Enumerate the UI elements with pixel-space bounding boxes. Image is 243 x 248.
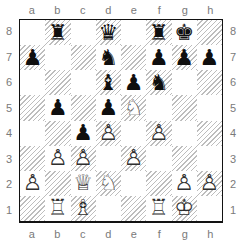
rank-label-right-7: 7 <box>225 45 241 71</box>
square-h2[interactable]: ♟♙ <box>197 171 222 196</box>
piece-wK-g1: ♔ <box>172 196 197 221</box>
square-g5[interactable] <box>172 95 197 120</box>
square-c5[interactable] <box>71 95 96 120</box>
square-g3[interactable] <box>172 146 197 171</box>
square-h4[interactable] <box>197 121 222 146</box>
file-label-bottom-b: b <box>45 227 71 241</box>
square-f1[interactable]: ♜♖ <box>146 196 171 221</box>
piece-bR-f8: ♜ <box>146 20 171 45</box>
square-h1[interactable] <box>197 196 222 221</box>
white-piece-fill: ♟ <box>20 171 45 196</box>
square-g1[interactable]: ♚♔ <box>172 196 197 221</box>
square-a4[interactable] <box>20 121 45 146</box>
piece-wR-b1: ♖ <box>45 196 70 221</box>
piece-wP-a2: ♙ <box>20 171 45 196</box>
square-e7[interactable] <box>121 45 146 70</box>
rank-label-left-1: 1 <box>1 198 17 224</box>
white-piece-fill: ♜ <box>146 196 171 221</box>
square-f6[interactable]: ♞ <box>146 70 171 95</box>
square-d3[interactable] <box>96 146 121 171</box>
file-label-bottom-d: d <box>96 227 122 241</box>
piece-bN-f6: ♞ <box>146 70 171 95</box>
piece-wP-c3: ♙ <box>71 146 96 171</box>
piece-wB-c1: ♗ <box>71 196 96 221</box>
square-h3[interactable] <box>197 146 222 171</box>
rank-label-right-1: 1 <box>225 198 241 224</box>
file-label-bottom-f: f <box>147 227 173 241</box>
square-f5[interactable] <box>146 95 171 120</box>
piece-wP-b3: ♙ <box>45 146 70 171</box>
white-piece-fill: ♞ <box>121 95 146 120</box>
square-b8[interactable]: ♜ <box>45 20 70 45</box>
square-b4[interactable] <box>45 121 70 146</box>
rank-label-left-2: 2 <box>1 172 17 198</box>
white-piece-fill: ♟ <box>146 121 171 146</box>
square-d8[interactable]: ♛ <box>96 20 121 45</box>
square-c3[interactable]: ♟♙ <box>71 146 96 171</box>
square-g7[interactable]: ♟ <box>172 45 197 70</box>
square-b7[interactable] <box>45 45 70 70</box>
square-e4[interactable] <box>121 121 146 146</box>
square-c8[interactable] <box>71 20 96 45</box>
file-label-top-g: g <box>172 3 198 17</box>
square-g8[interactable]: ♚ <box>172 20 197 45</box>
square-d4[interactable]: ♟♙ <box>96 121 121 146</box>
piece-bR-b8: ♜ <box>45 20 70 45</box>
square-b3[interactable]: ♟♙ <box>45 146 70 171</box>
square-d2[interactable]: ♞♘ <box>96 171 121 196</box>
square-a6[interactable] <box>20 70 45 95</box>
white-piece-fill: ♚ <box>172 196 197 221</box>
square-c6[interactable] <box>71 70 96 95</box>
file-label-top-h: h <box>198 3 224 17</box>
white-piece-fill: ♟ <box>172 171 197 196</box>
square-d5[interactable]: ♟ <box>96 95 121 120</box>
rank-labels-right: 87654321 <box>225 19 241 223</box>
white-piece-fill: ♟ <box>96 121 121 146</box>
file-label-top-b: b <box>45 3 71 17</box>
square-e6[interactable]: ♟ <box>121 70 146 95</box>
rank-label-left-8: 8 <box>1 19 17 45</box>
white-piece-fill: ♛ <box>71 171 96 196</box>
rank-label-right-5: 5 <box>225 96 241 122</box>
square-g2[interactable]: ♟♙ <box>172 171 197 196</box>
square-f4[interactable]: ♟♙ <box>146 121 171 146</box>
piece-bP-h7: ♟ <box>197 45 222 70</box>
rank-label-right-3: 3 <box>225 147 241 173</box>
piece-bB-d6: ♝ <box>96 70 121 95</box>
file-label-top-f: f <box>147 3 173 17</box>
piece-bN-d7: ♞ <box>96 45 121 70</box>
square-e2[interactable] <box>121 171 146 196</box>
rank-label-right-8: 8 <box>225 19 241 45</box>
file-labels-bottom: abcdefgh <box>19 227 223 241</box>
file-label-top-a: a <box>19 3 45 17</box>
piece-bP-c4: ♟ <box>71 121 96 146</box>
square-h6[interactable] <box>197 70 222 95</box>
file-label-bottom-g: g <box>172 227 198 241</box>
square-h7[interactable]: ♟ <box>197 45 222 70</box>
white-piece-fill: ♟ <box>45 146 70 171</box>
rank-label-left-5: 5 <box>1 96 17 122</box>
white-piece-fill: ♟ <box>197 171 222 196</box>
white-piece-fill: ♜ <box>45 196 70 221</box>
square-b2[interactable] <box>45 171 70 196</box>
square-c7[interactable] <box>71 45 96 70</box>
piece-bK-g8: ♚ <box>172 20 197 45</box>
white-piece-fill: ♞ <box>96 171 121 196</box>
piece-wP-g2: ♙ <box>172 171 197 196</box>
square-e1[interactable] <box>121 196 146 221</box>
square-f2[interactable] <box>146 171 171 196</box>
square-d6[interactable]: ♝ <box>96 70 121 95</box>
square-c4[interactable]: ♟ <box>71 121 96 146</box>
square-d1[interactable] <box>96 196 121 221</box>
square-a8[interactable] <box>20 20 45 45</box>
piece-wQ-c2: ♕ <box>71 171 96 196</box>
square-g4[interactable] <box>172 121 197 146</box>
piece-bP-d5: ♟ <box>96 95 121 120</box>
square-a1[interactable] <box>20 196 45 221</box>
piece-wP-f4: ♙ <box>146 121 171 146</box>
white-piece-fill: ♟ <box>71 146 96 171</box>
chess-diagram: abcdefgh 87654321 ♜♛♜♚♟♞♟♟♟♝♟♞♟♟♞♘♟♟♙♟♙♟… <box>0 0 243 248</box>
square-h8[interactable] <box>197 20 222 45</box>
rank-label-left-7: 7 <box>1 45 17 71</box>
piece-bP-g7: ♟ <box>172 45 197 70</box>
square-e3[interactable]: ♟♙ <box>121 146 146 171</box>
piece-wN-e5: ♘ <box>121 95 146 120</box>
white-piece-fill: ♝ <box>71 196 96 221</box>
file-label-top-e: e <box>121 3 147 17</box>
square-d7[interactable]: ♞ <box>96 45 121 70</box>
piece-wN-d2: ♘ <box>96 171 121 196</box>
piece-wP-e3: ♙ <box>121 146 146 171</box>
rank-label-left-4: 4 <box>1 121 17 147</box>
rank-label-right-2: 2 <box>225 172 241 198</box>
square-c2[interactable]: ♛♕ <box>71 171 96 196</box>
square-a7[interactable]: ♟ <box>20 45 45 70</box>
square-e8[interactable] <box>121 20 146 45</box>
square-b6[interactable] <box>45 70 70 95</box>
file-label-bottom-c: c <box>70 227 96 241</box>
rank-label-right-4: 4 <box>225 121 241 147</box>
piece-bQ-d8: ♛ <box>96 20 121 45</box>
rank-label-left-3: 3 <box>1 147 17 173</box>
piece-bP-e6: ♟ <box>121 70 146 95</box>
square-a3[interactable] <box>20 146 45 171</box>
square-a2[interactable]: ♟♙ <box>20 171 45 196</box>
file-label-bottom-h: h <box>198 227 224 241</box>
file-label-bottom-a: a <box>19 227 45 241</box>
square-c1[interactable]: ♝♗ <box>71 196 96 221</box>
file-label-top-c: c <box>70 3 96 17</box>
square-g6[interactable] <box>172 70 197 95</box>
white-piece-fill: ♟ <box>121 146 146 171</box>
piece-bP-f7: ♟ <box>146 45 171 70</box>
piece-bP-a7: ♟ <box>20 45 45 70</box>
square-f8[interactable]: ♜ <box>146 20 171 45</box>
board: ♜♛♜♚♟♞♟♟♟♝♟♞♟♟♞♘♟♟♙♟♙♟♙♟♙♟♙♟♙♛♕♞♘♟♙♟♙♜♖♝… <box>19 19 223 223</box>
file-labels-top: abcdefgh <box>19 3 223 17</box>
piece-wP-h2: ♙ <box>197 171 222 196</box>
square-b5[interactable]: ♟ <box>45 95 70 120</box>
square-f7[interactable]: ♟ <box>146 45 171 70</box>
square-e5[interactable]: ♞♘ <box>121 95 146 120</box>
file-label-top-d: d <box>96 3 122 17</box>
piece-wP-d4: ♙ <box>96 121 121 146</box>
square-b1[interactable]: ♜♖ <box>45 196 70 221</box>
piece-bP-b5: ♟ <box>45 95 70 120</box>
square-f3[interactable] <box>146 146 171 171</box>
piece-wR-f1: ♖ <box>146 196 171 221</box>
rank-label-right-6: 6 <box>225 70 241 96</box>
file-label-bottom-e: e <box>121 227 147 241</box>
rank-labels-left: 87654321 <box>1 19 17 223</box>
rank-label-left-6: 6 <box>1 70 17 96</box>
square-h5[interactable] <box>197 95 222 120</box>
square-a5[interactable] <box>20 95 45 120</box>
